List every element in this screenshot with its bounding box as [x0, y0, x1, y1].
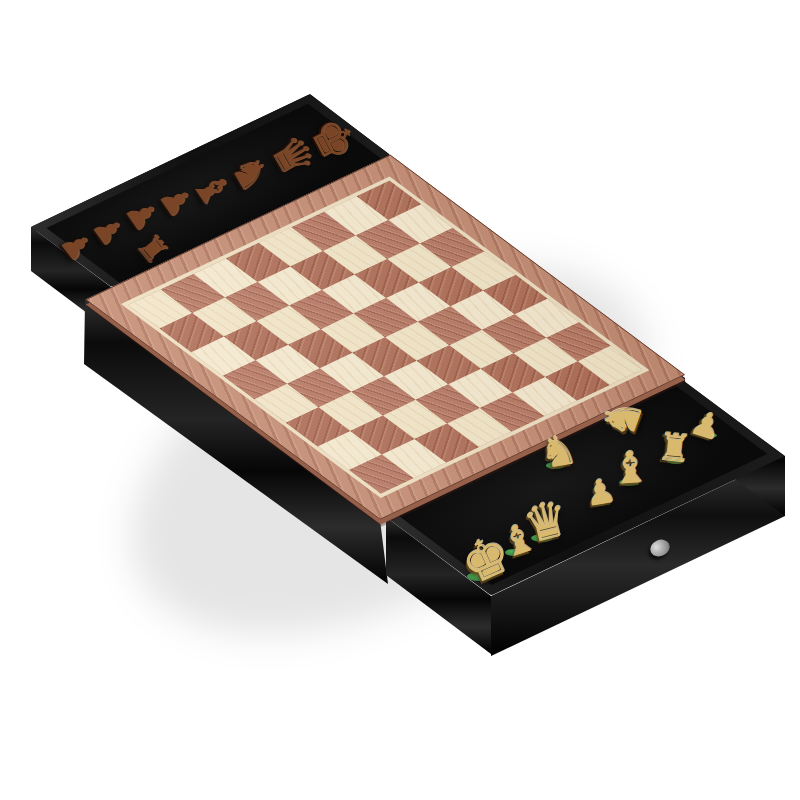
chess-box-product-photo: ♟♟♟♟♜♝♞♛♚♞♞♟♜♝♟♛♝♚ — [0, 0, 800, 800]
